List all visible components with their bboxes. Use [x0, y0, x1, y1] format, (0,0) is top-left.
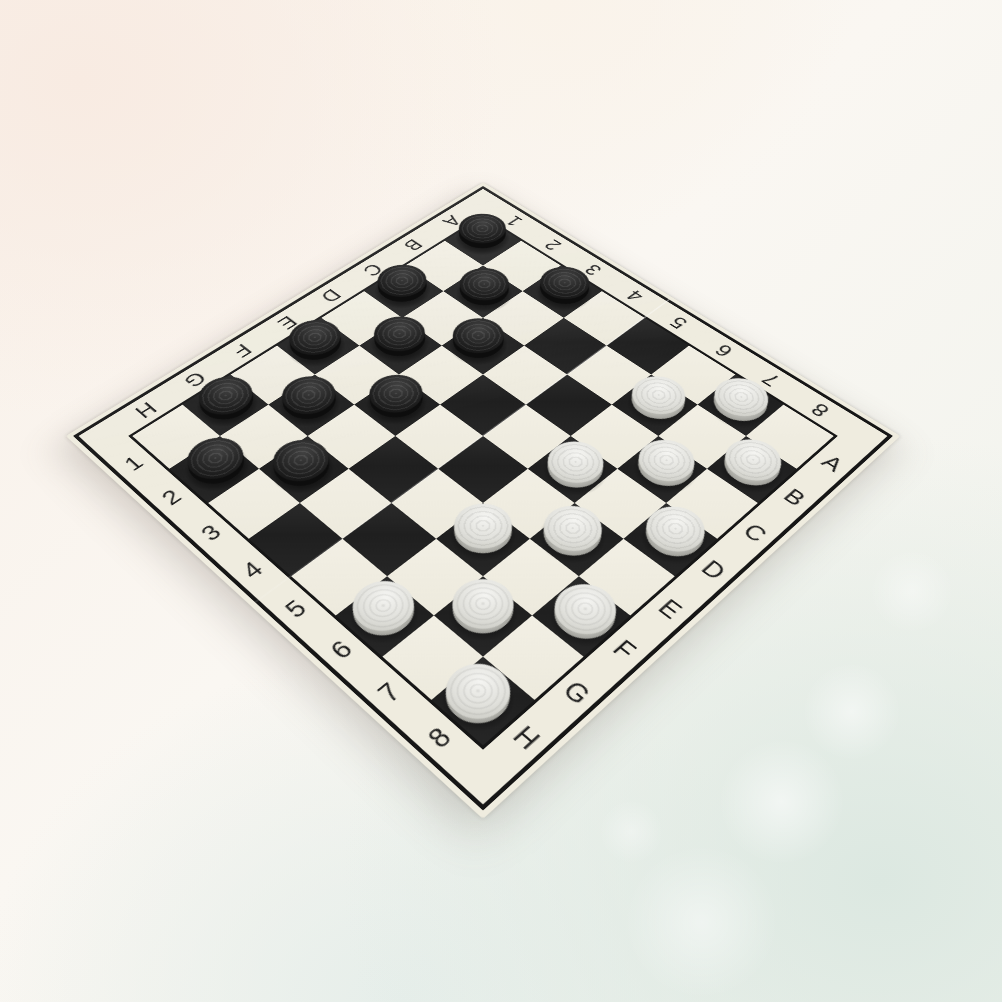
photo-background: 12345678 12345678 ABCDEFGH ABCDEFGH [0, 0, 1002, 1002]
board-scene: 12345678 12345678 ABCDEFGH ABCDEFGH [0, 0, 1002, 1002]
checkerboard-sheet: 12345678 12345678 ABCDEFGH ABCDEFGH [66, 182, 900, 819]
